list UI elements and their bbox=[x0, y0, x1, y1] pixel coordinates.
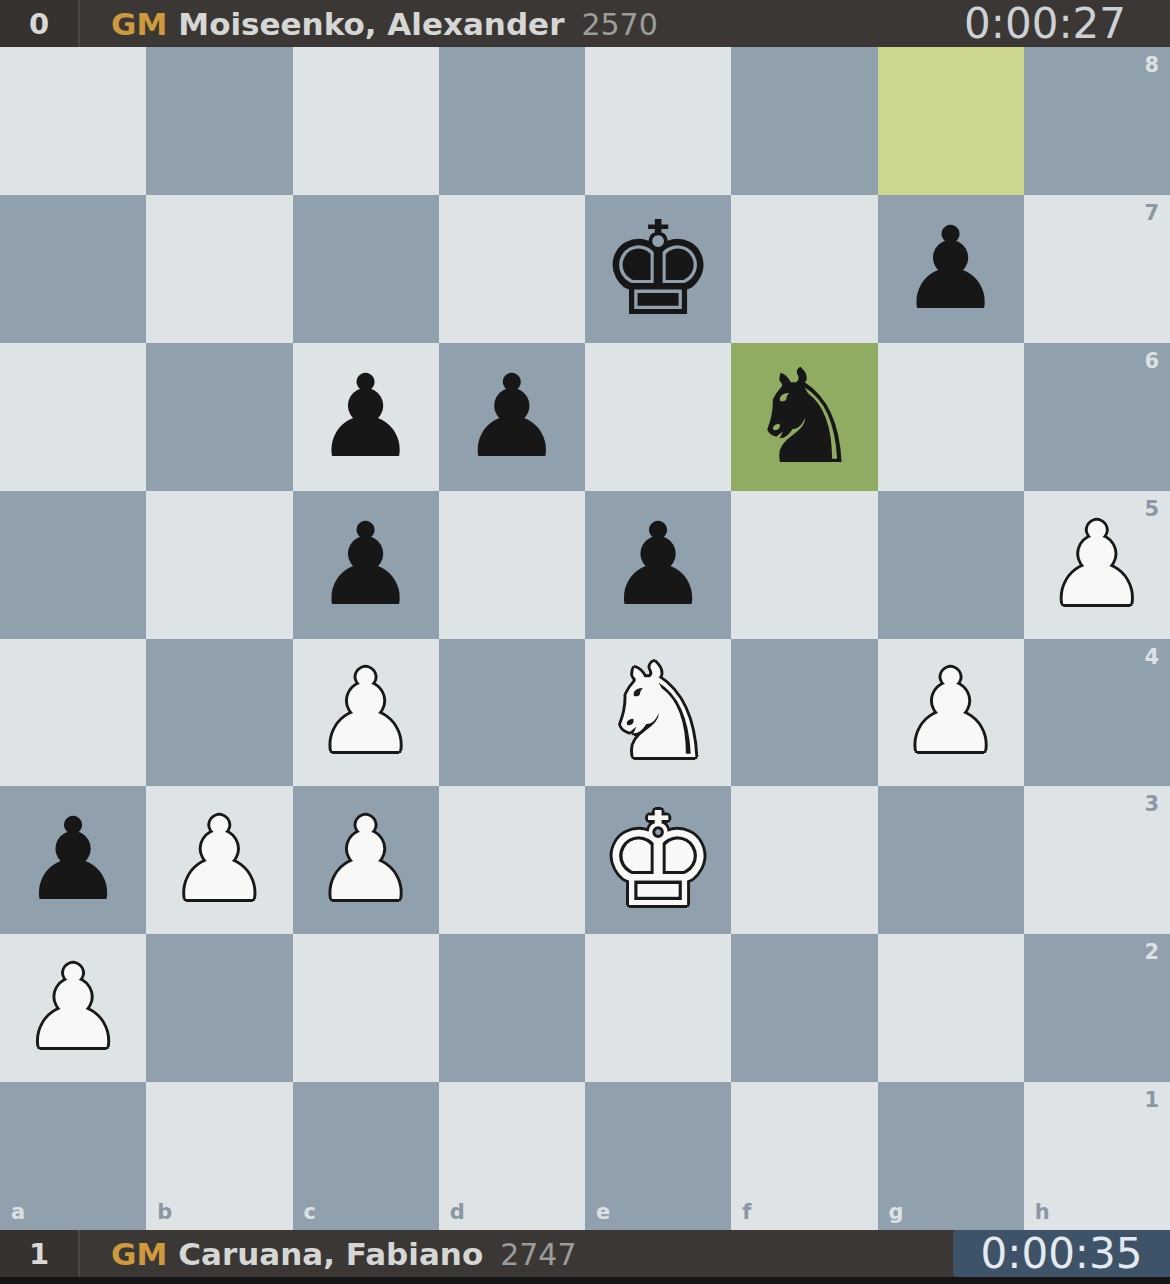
square-e3[interactable]: ♚ bbox=[585, 786, 731, 934]
square-h8[interactable]: 8 bbox=[1024, 47, 1170, 195]
rank-label-6: 6 bbox=[1144, 351, 1159, 372]
square-c7[interactable] bbox=[293, 195, 439, 343]
square-a1[interactable]: a bbox=[0, 1082, 146, 1230]
file-label-e: e bbox=[596, 1202, 610, 1223]
square-g3[interactable] bbox=[878, 786, 1024, 934]
white-pawn[interactable]: ♟ bbox=[168, 803, 270, 917]
square-d4[interactable] bbox=[439, 639, 585, 787]
file-label-h: h bbox=[1035, 1202, 1050, 1223]
square-c5[interactable]: ♟ bbox=[293, 491, 439, 639]
rank-label-7: 7 bbox=[1144, 203, 1159, 224]
white-pawn[interactable]: ♟ bbox=[315, 803, 417, 917]
square-f1[interactable]: f bbox=[731, 1082, 877, 1230]
square-g1[interactable]: g bbox=[878, 1082, 1024, 1230]
white-pawn[interactable]: ♟ bbox=[22, 951, 124, 1065]
square-c2[interactable] bbox=[293, 934, 439, 1082]
square-b2[interactable] bbox=[146, 934, 292, 1082]
rank-label-5: 5 bbox=[1144, 499, 1159, 520]
top-player-score: 0 bbox=[0, 0, 80, 47]
black-king[interactable]: ♚ bbox=[600, 204, 717, 334]
white-pawn[interactable]: ♟ bbox=[900, 655, 1002, 769]
rank-label-3: 3 bbox=[1144, 794, 1159, 815]
square-f4[interactable] bbox=[731, 639, 877, 787]
rank-label-1: 1 bbox=[1144, 1090, 1159, 1111]
square-g7[interactable]: ♟ bbox=[878, 195, 1024, 343]
square-d7[interactable] bbox=[439, 195, 585, 343]
top-player-title: GM bbox=[111, 6, 167, 42]
square-b8[interactable] bbox=[146, 47, 292, 195]
square-g4[interactable]: ♟ bbox=[878, 639, 1024, 787]
square-h5[interactable]: 5♟ bbox=[1024, 491, 1170, 639]
black-pawn[interactable]: ♟ bbox=[315, 508, 417, 622]
square-a2[interactable]: ♟ bbox=[0, 934, 146, 1082]
square-e6[interactable] bbox=[585, 343, 731, 491]
top-player-bar: 0 GM Moiseenko, Alexander 2570 0:00:27 bbox=[0, 0, 1170, 47]
black-pawn[interactable]: ♟ bbox=[607, 508, 709, 622]
square-e1[interactable]: e bbox=[585, 1082, 731, 1230]
square-e8[interactable] bbox=[585, 47, 731, 195]
square-h3[interactable]: 3 bbox=[1024, 786, 1170, 934]
top-player-name: Moiseenko, Alexander bbox=[178, 6, 564, 42]
square-f8[interactable] bbox=[731, 47, 877, 195]
square-a6[interactable] bbox=[0, 343, 146, 491]
square-c3[interactable]: ♟ bbox=[293, 786, 439, 934]
square-h4[interactable]: 4 bbox=[1024, 639, 1170, 787]
chess-board: 8♚♟7♟♟♞6♟♟5♟♟♞♟4♟♟♟♚3♟2abcdefg1h bbox=[0, 47, 1170, 1230]
top-player-rating: 2570 bbox=[581, 7, 657, 42]
square-d5[interactable] bbox=[439, 491, 585, 639]
bottom-player-bar: 1 GM Caruana, Fabiano 2747 0:00:35 bbox=[0, 1230, 1170, 1277]
square-d8[interactable] bbox=[439, 47, 585, 195]
square-h1[interactable]: 1h bbox=[1024, 1082, 1170, 1230]
square-d6[interactable]: ♟ bbox=[439, 343, 585, 491]
square-b1[interactable]: b bbox=[146, 1082, 292, 1230]
square-d2[interactable] bbox=[439, 934, 585, 1082]
square-g6[interactable] bbox=[878, 343, 1024, 491]
rank-label-2: 2 bbox=[1144, 942, 1159, 963]
square-d1[interactable]: d bbox=[439, 1082, 585, 1230]
square-e4[interactable]: ♞ bbox=[585, 639, 731, 787]
black-pawn[interactable]: ♟ bbox=[461, 360, 563, 474]
square-c8[interactable] bbox=[293, 47, 439, 195]
square-e5[interactable]: ♟ bbox=[585, 491, 731, 639]
square-f7[interactable] bbox=[731, 195, 877, 343]
bottom-player-title: GM bbox=[111, 1236, 167, 1272]
square-h6[interactable]: 6 bbox=[1024, 343, 1170, 491]
square-h2[interactable]: 2 bbox=[1024, 934, 1170, 1082]
square-a7[interactable] bbox=[0, 195, 146, 343]
square-e7[interactable]: ♚ bbox=[585, 195, 731, 343]
square-b4[interactable] bbox=[146, 639, 292, 787]
rank-label-8: 8 bbox=[1144, 55, 1159, 76]
rank-label-4: 4 bbox=[1144, 647, 1159, 668]
top-player-info: GM Moiseenko, Alexander 2570 bbox=[111, 6, 658, 42]
bottom-player-name: Caruana, Fabiano bbox=[178, 1236, 483, 1272]
white-pawn[interactable]: ♟ bbox=[1046, 508, 1148, 622]
bottom-player-score: 1 bbox=[0, 1230, 80, 1277]
black-pawn[interactable]: ♟ bbox=[900, 212, 1002, 326]
square-b3[interactable]: ♟ bbox=[146, 786, 292, 934]
square-g8[interactable] bbox=[878, 47, 1024, 195]
square-b6[interactable] bbox=[146, 343, 292, 491]
square-a3[interactable]: ♟ bbox=[0, 786, 146, 934]
bottom-player-rating: 2747 bbox=[500, 1237, 576, 1272]
square-c4[interactable]: ♟ bbox=[293, 639, 439, 787]
file-label-g: g bbox=[889, 1202, 904, 1223]
square-c6[interactable]: ♟ bbox=[293, 343, 439, 491]
square-a8[interactable] bbox=[0, 47, 146, 195]
file-label-f: f bbox=[742, 1202, 751, 1223]
bottom-player-info: GM Caruana, Fabiano 2747 bbox=[111, 1236, 577, 1272]
square-f2[interactable] bbox=[731, 934, 877, 1082]
footer: 1 GM Caruana, Fabiano 2747 0:00:35 bbox=[0, 1230, 1170, 1284]
square-b7[interactable] bbox=[146, 195, 292, 343]
top-player-clock: 0:00:27 bbox=[964, 0, 1170, 47]
white-pawn[interactable]: ♟ bbox=[315, 655, 417, 769]
square-e2[interactable] bbox=[585, 934, 731, 1082]
square-f6[interactable]: ♞ bbox=[731, 343, 877, 491]
file-label-a: a bbox=[11, 1202, 25, 1223]
square-c1[interactable]: c bbox=[293, 1082, 439, 1230]
square-a4[interactable] bbox=[0, 639, 146, 787]
file-label-d: d bbox=[450, 1202, 465, 1223]
black-pawn[interactable]: ♟ bbox=[315, 360, 417, 474]
file-label-b: b bbox=[157, 1202, 172, 1223]
black-pawn[interactable]: ♟ bbox=[22, 803, 124, 917]
black-knight[interactable]: ♞ bbox=[746, 352, 863, 482]
square-g2[interactable] bbox=[878, 934, 1024, 1082]
square-a5[interactable] bbox=[0, 491, 146, 639]
bottom-player-clock: 0:00:35 bbox=[953, 1230, 1170, 1277]
square-d3[interactable] bbox=[439, 786, 585, 934]
file-label-c: c bbox=[304, 1202, 316, 1223]
white-knight[interactable]: ♞ bbox=[600, 647, 717, 777]
square-h7[interactable]: 7 bbox=[1024, 195, 1170, 343]
square-f3[interactable] bbox=[731, 786, 877, 934]
square-f5[interactable] bbox=[731, 491, 877, 639]
white-king[interactable]: ♚ bbox=[600, 795, 717, 925]
square-b5[interactable] bbox=[146, 491, 292, 639]
square-g5[interactable] bbox=[878, 491, 1024, 639]
